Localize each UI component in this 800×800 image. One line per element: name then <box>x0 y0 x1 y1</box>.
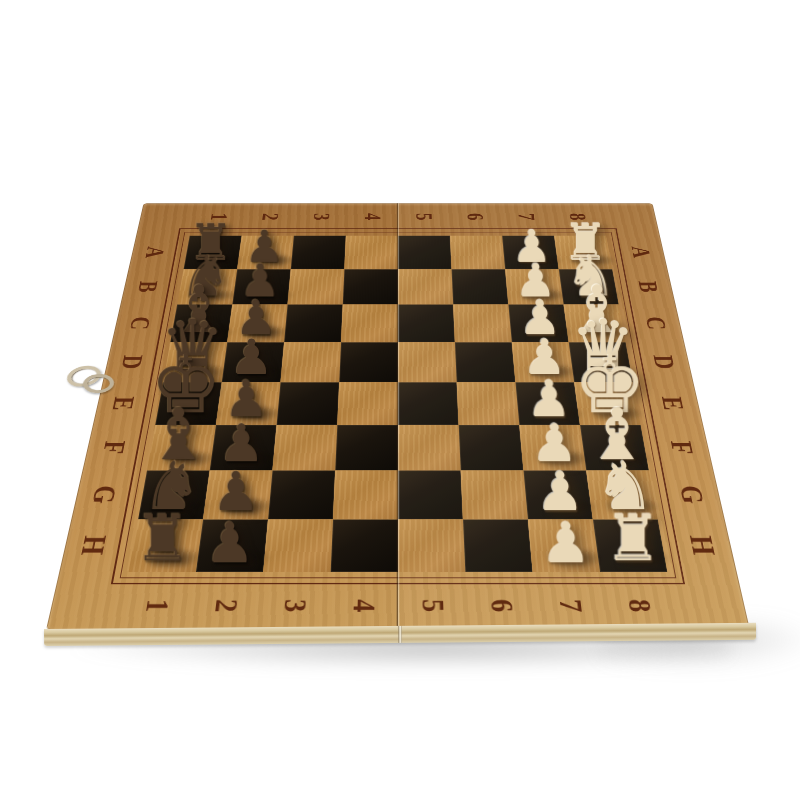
col-label-top-3: 3 <box>294 205 347 229</box>
row-label-right-F: F <box>653 425 712 471</box>
col-label-bottom-6: 6 <box>466 584 538 628</box>
row-label-right-A: A <box>617 236 666 269</box>
row-label-left-B: B <box>122 269 173 304</box>
row-label-left-F: F <box>84 425 143 471</box>
col-label-bottom-5: 5 <box>398 584 468 628</box>
col-label-top-2: 2 <box>243 205 297 229</box>
col-label-top-5: 5 <box>398 205 450 229</box>
col-label-top-1: 1 <box>191 205 246 229</box>
row-label-left-A: A <box>130 236 179 269</box>
col-label-bottom-8: 8 <box>602 584 678 628</box>
row-label-right-B: B <box>623 269 674 304</box>
chess-set-photo: AABBCCDDEEFFGGHH1234567812345678 ♜♞♝♛♚♝♞… <box>0 0 800 800</box>
col-label-bottom-7: 7 <box>534 584 608 628</box>
row-label-left-G: G <box>73 471 134 520</box>
col-label-bottom-4: 4 <box>328 584 398 628</box>
col-label-bottom-1: 1 <box>118 584 194 628</box>
col-label-top-8: 8 <box>550 205 605 229</box>
row-label-left-H: H <box>61 519 125 571</box>
col-label-top-7: 7 <box>499 205 553 229</box>
row-label-left-D: D <box>104 342 159 382</box>
col-label-top-6: 6 <box>449 205 502 229</box>
col-label-top-4: 4 <box>346 205 398 229</box>
row-label-left-C: C <box>113 305 166 343</box>
pieces-layer: ♜♞♝♛♚♝♞♜♟♟♟♟♟♟♟♟♟♟♟♟♟♟♟♟♜♞♝♛♚♝♞♜ <box>129 236 668 572</box>
piece-dark-pawn-H2[interactable]: ♟ <box>196 519 268 571</box>
row-label-right-C: C <box>630 305 683 343</box>
col-label-bottom-2: 2 <box>188 584 262 628</box>
chess-board: AABBCCDDEEFFGGHH1234567812345678 ♜♞♝♛♚♝♞… <box>46 203 750 630</box>
piece-light-rook-H8[interactable]: ♜ <box>593 519 668 571</box>
row-label-right-D: D <box>637 342 692 382</box>
row-label-right-E: E <box>645 382 702 425</box>
pawn-glyph-icon: ♟ <box>179 454 281 569</box>
col-label-bottom-3: 3 <box>258 584 330 628</box>
